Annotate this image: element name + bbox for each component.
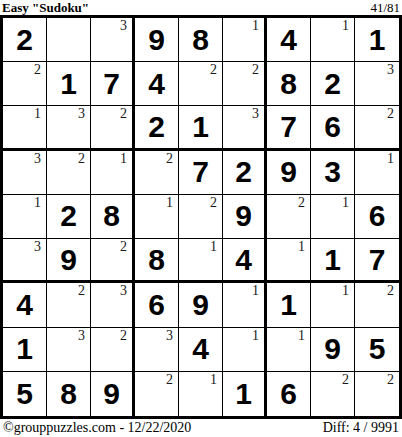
cell-r4c9: 1 <box>355 151 399 195</box>
cell-r1c1: 2 <box>3 18 47 62</box>
cell-r2c1: 2 <box>3 62 47 106</box>
cell-r6c6: 4 <box>223 239 267 283</box>
cell-r4c3: 1 <box>91 151 135 195</box>
cell-r6c4: 8 <box>135 239 179 283</box>
cell-r6c8: 1 <box>311 239 355 283</box>
pencil-mark: 2 <box>120 329 127 343</box>
pencil-mark: 1 <box>342 196 349 210</box>
given-digit: 1 <box>16 334 33 364</box>
given-digit: 9 <box>148 25 165 55</box>
cell-r1c6: 1 <box>223 18 267 62</box>
pencil-mark: 2 <box>120 107 127 121</box>
pencil-mark: 2 <box>78 152 85 166</box>
given-digit: 3 <box>324 157 341 187</box>
cell-r8c4: 3 <box>135 328 179 372</box>
pencil-mark: 2 <box>298 196 305 210</box>
cell-r2c5: 2 <box>179 62 223 106</box>
cell-r4c6: 2 <box>223 151 267 195</box>
given-digit: 6 <box>324 112 341 142</box>
cell-r6c5: 1 <box>179 239 223 283</box>
cell-r2c9: 3 <box>355 62 399 106</box>
cell-r4c4: 2 <box>135 151 179 195</box>
pencil-mark: 1 <box>252 19 259 33</box>
cell-r9c5: 1 <box>179 372 223 416</box>
given-digit: 2 <box>60 201 77 231</box>
pencil-mark: 2 <box>166 152 173 166</box>
pencil-mark: 1 <box>252 329 259 343</box>
pencil-mark: 3 <box>34 152 41 166</box>
given-digit: 4 <box>280 25 297 55</box>
cell-r1c5: 8 <box>179 18 223 62</box>
cell-r3c9: 2 <box>355 106 399 150</box>
cell-counter: 41/81 <box>370 1 400 14</box>
cell-r7c4: 6 <box>135 283 179 327</box>
cell-r8c3: 2 <box>91 328 135 372</box>
given-digit: 7 <box>280 112 297 142</box>
pencil-mark: 3 <box>78 329 85 343</box>
given-digit: 4 <box>235 245 252 275</box>
pencil-mark: 1 <box>252 284 259 298</box>
cell-r5c1: 1 <box>3 195 47 239</box>
cell-r3c6: 3 <box>223 106 267 150</box>
cell-r2c2: 1 <box>47 62 91 106</box>
cell-r5c4: 1 <box>135 195 179 239</box>
cell-r1c2 <box>47 18 91 62</box>
cell-r8c9: 5 <box>355 328 399 372</box>
pencil-mark: 1 <box>34 196 41 210</box>
cell-r8c7: 1 <box>267 328 311 372</box>
cell-r1c8: 1 <box>311 18 355 62</box>
cell-r4c1: 3 <box>3 151 47 195</box>
pencil-mark: 2 <box>387 373 394 387</box>
cell-r7c5: 9 <box>179 283 223 327</box>
cell-r3c5: 1 <box>179 106 223 150</box>
given-digit: 1 <box>369 25 386 55</box>
pencil-mark: 2 <box>342 373 349 387</box>
given-digit: 1 <box>60 69 77 99</box>
cell-r3c1: 1 <box>3 106 47 150</box>
given-digit: 4 <box>192 334 209 364</box>
cell-r2c3: 7 <box>91 62 135 106</box>
cell-r4c2: 2 <box>47 151 91 195</box>
cell-r5c3: 8 <box>91 195 135 239</box>
pencil-mark: 2 <box>210 63 217 77</box>
pencil-mark: 1 <box>34 107 41 121</box>
given-digit: 2 <box>148 112 165 142</box>
pencil-mark: 1 <box>210 240 217 254</box>
given-digit: 4 <box>16 290 33 320</box>
given-digit: 7 <box>192 157 209 187</box>
pencil-mark: 1 <box>166 196 173 210</box>
cell-r7c6: 1 <box>223 283 267 327</box>
pencil-mark: 3 <box>252 107 259 121</box>
pencil-mark: 3 <box>78 107 85 121</box>
given-digit: 1 <box>280 290 297 320</box>
given-digit: 6 <box>280 379 297 409</box>
cell-r6c2: 9 <box>47 239 91 283</box>
given-digit: 9 <box>103 379 120 409</box>
given-digit: 6 <box>369 201 386 231</box>
cell-r4c7: 9 <box>267 151 311 195</box>
cell-r9c1: 5 <box>3 372 47 416</box>
cell-r2c7: 8 <box>267 62 311 106</box>
pencil-mark: 1 <box>387 152 394 166</box>
cell-r7c2: 2 <box>47 283 91 327</box>
cell-r4c8: 3 <box>311 151 355 195</box>
given-digit: 5 <box>369 334 386 364</box>
cell-r9c8: 2 <box>311 372 355 416</box>
given-digit: 1 <box>192 112 209 142</box>
given-digit: 8 <box>280 69 297 99</box>
cell-r7c3: 3 <box>91 283 135 327</box>
given-digit: 9 <box>280 157 297 187</box>
cell-r9c4: 2 <box>135 372 179 416</box>
pencil-mark: 2 <box>387 107 394 121</box>
cell-r5c2: 2 <box>47 195 91 239</box>
cell-r5c8: 1 <box>311 195 355 239</box>
given-digit: 2 <box>324 69 341 99</box>
cell-r1c4: 9 <box>135 18 179 62</box>
cell-r6c1: 3 <box>3 239 47 283</box>
cell-r9c2: 8 <box>47 372 91 416</box>
given-digit: 8 <box>60 379 77 409</box>
cell-r8c8: 9 <box>311 328 355 372</box>
cell-r9c6: 1 <box>223 372 267 416</box>
given-digit: 9 <box>324 334 341 364</box>
cell-r9c7: 6 <box>267 372 311 416</box>
cell-r3c7: 7 <box>267 106 311 150</box>
cell-r5c6: 9 <box>223 195 267 239</box>
pencil-mark: 3 <box>120 284 127 298</box>
pencil-mark: 3 <box>387 63 394 77</box>
sudoku-page: Easy "Sudoku" 41/81 23981411217422823132… <box>0 0 402 437</box>
cell-r3c3: 2 <box>91 106 135 150</box>
given-digit: 8 <box>192 25 209 55</box>
pencil-mark: 1 <box>210 373 217 387</box>
cell-r5c7: 2 <box>267 195 311 239</box>
sudoku-board: 2398141121742282313221376232127293112812… <box>0 15 402 419</box>
cell-r6c7: 1 <box>267 239 311 283</box>
copyright-text: ©grouppuzzles.com - 12/22/2020 <box>3 420 191 436</box>
cell-r5c9: 6 <box>355 195 399 239</box>
given-digit: 1 <box>324 245 341 275</box>
pencil-mark: 1 <box>120 152 127 166</box>
cell-r8c2: 3 <box>47 328 91 372</box>
difficulty-text: Diff: 4 / 9991 <box>323 420 399 436</box>
cell-r9c9: 2 <box>355 372 399 416</box>
cell-r7c9: 2 <box>355 283 399 327</box>
cell-r2c4: 4 <box>135 62 179 106</box>
pencil-mark: 3 <box>34 240 41 254</box>
pencil-mark: 2 <box>252 63 259 77</box>
puzzle-title: Easy "Sudoku" <box>2 1 89 14</box>
cell-r8c1: 1 <box>3 328 47 372</box>
given-digit: 8 <box>103 201 120 231</box>
given-digit: 9 <box>235 201 252 231</box>
cell-r1c7: 4 <box>267 18 311 62</box>
given-digit: 5 <box>16 379 33 409</box>
cell-r3c8: 6 <box>311 106 355 150</box>
given-digit: 6 <box>148 290 165 320</box>
given-digit: 8 <box>148 245 165 275</box>
pencil-mark: 3 <box>166 329 173 343</box>
cell-r2c6: 2 <box>223 62 267 106</box>
pencil-mark: 3 <box>120 19 127 33</box>
given-digit: 9 <box>60 245 77 275</box>
pencil-mark: 2 <box>120 240 127 254</box>
given-digit: 7 <box>369 245 386 275</box>
pencil-mark: 1 <box>298 329 305 343</box>
cell-r4c5: 7 <box>179 151 223 195</box>
cell-r3c2: 3 <box>47 106 91 150</box>
cell-r1c3: 3 <box>91 18 135 62</box>
pencil-mark: 1 <box>298 240 305 254</box>
cell-r7c1: 4 <box>3 283 47 327</box>
cell-r5c5: 2 <box>179 195 223 239</box>
given-digit: 2 <box>16 25 33 55</box>
header: Easy "Sudoku" 41/81 <box>0 0 402 15</box>
pencil-mark: 2 <box>34 63 41 77</box>
pencil-mark: 2 <box>387 284 394 298</box>
given-digit: 9 <box>192 290 209 320</box>
given-digit: 2 <box>235 157 252 187</box>
pencil-mark: 2 <box>210 196 217 210</box>
cell-r8c5: 4 <box>179 328 223 372</box>
given-digit: 7 <box>103 69 120 99</box>
cell-r7c8: 1 <box>311 283 355 327</box>
pencil-mark: 2 <box>78 284 85 298</box>
cell-r6c3: 2 <box>91 239 135 283</box>
cell-r6c9: 7 <box>355 239 399 283</box>
cell-r2c8: 2 <box>311 62 355 106</box>
given-digit: 4 <box>148 69 165 99</box>
cell-r3c4: 2 <box>135 106 179 150</box>
footer: ©grouppuzzles.com - 12/22/2020 Diff: 4 /… <box>0 419 402 437</box>
pencil-mark: 2 <box>166 373 173 387</box>
cell-r1c9: 1 <box>355 18 399 62</box>
cell-r8c6: 1 <box>223 328 267 372</box>
cell-r7c7: 1 <box>267 283 311 327</box>
given-digit: 1 <box>235 379 252 409</box>
cell-r9c3: 9 <box>91 372 135 416</box>
pencil-mark: 1 <box>342 19 349 33</box>
pencil-mark: 1 <box>342 284 349 298</box>
